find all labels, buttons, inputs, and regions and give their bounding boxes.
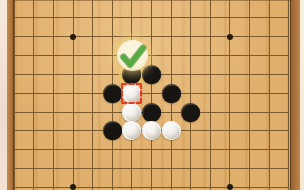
go-app-screen: ●●●○●○●●●○○○ [0,0,304,190]
go-board[interactable] [14,0,290,190]
board-frame-right [290,0,300,190]
board-frame-left [7,0,14,190]
letterbox-left [0,0,7,190]
letterbox-right [300,0,304,190]
